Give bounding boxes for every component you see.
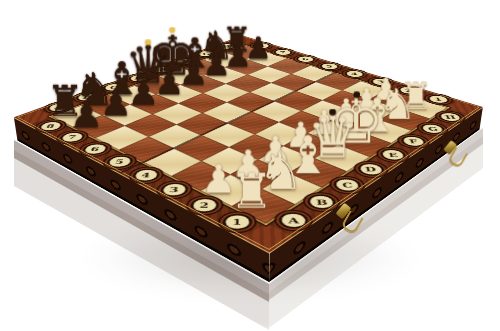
coordinate-label: A bbox=[54, 105, 65, 110]
coordinate-label: 5 bbox=[326, 64, 333, 68]
coordinate-label: 5 bbox=[114, 158, 125, 165]
coordinate-label: C bbox=[109, 85, 119, 89]
coordinate-label: H bbox=[222, 45, 230, 48]
coordinate-label: 1 bbox=[232, 217, 242, 226]
chess-board: ♜♟♟♜♞♟♟♞♝♟♟♝♚♟♟♚♛♟♟♛♝♟♟♝♞♟♟♞♜♟♟♜ 8765432… bbox=[14, 35, 483, 252]
gold-finial-accent bbox=[169, 27, 174, 32]
coordinate-label: 2 bbox=[404, 88, 413, 92]
coordinate-label: A bbox=[288, 216, 300, 225]
coordinate-label: H bbox=[444, 114, 457, 119]
coordinate-label: 3 bbox=[376, 80, 384, 84]
coordinate-label: E bbox=[159, 67, 167, 71]
coordinate-label: G bbox=[202, 52, 210, 55]
coordinate-label: 6 bbox=[302, 57, 309, 61]
coordinate-label: 8 bbox=[258, 44, 264, 47]
coordinate-label: D bbox=[134, 76, 144, 80]
coordinate-label: 4 bbox=[350, 72, 358, 76]
coordinate-label: D bbox=[365, 166, 378, 173]
coordinate-label: 2 bbox=[199, 201, 209, 209]
coordinate-label: 1 bbox=[433, 97, 443, 102]
square-b7: ♟ bbox=[102, 104, 152, 125]
coordinate-label: B bbox=[82, 95, 93, 100]
coordinate-label: G bbox=[427, 126, 439, 132]
coordinate-label: 6 bbox=[90, 146, 101, 152]
coordinate-label: 7 bbox=[280, 50, 286, 53]
coordinate-label: E bbox=[388, 151, 399, 157]
coordinate-label: 8 bbox=[45, 123, 56, 129]
brass-clasp bbox=[334, 203, 370, 247]
perspective-scene: ♜♟♟♜♞♟♟♞♝♟♟♝♚♟♟♚♛♟♟♛♝♟♟♝♞♟♟♞♜♟♟♜ 8765432… bbox=[0, 0, 500, 331]
coordinate-label: F bbox=[182, 59, 189, 63]
brass-clasp bbox=[442, 140, 470, 173]
coordinate-label: B bbox=[316, 198, 329, 206]
product-photo-stage: ♜♟♟♜♞♟♟♞♝♟♟♝♚♟♟♚♛♟♟♛♝♟♟♝♞♟♟♞♜♟♟♜ 8765432… bbox=[0, 0, 500, 331]
coordinate-label: 7 bbox=[67, 134, 78, 140]
coordinate-label: C bbox=[342, 181, 354, 189]
coordinate-label: F bbox=[408, 138, 419, 144]
gold-tips-accent bbox=[145, 39, 151, 45]
coordinate-label: 4 bbox=[141, 171, 152, 178]
board-grid: ♜♟♟♜♞♟♟♞♝♟♟♝♚♟♟♚♛♟♟♛♝♟♟♝♞♟♟♞♜♟♟♜ bbox=[52, 45, 448, 223]
coordinate-label: 3 bbox=[169, 186, 179, 194]
